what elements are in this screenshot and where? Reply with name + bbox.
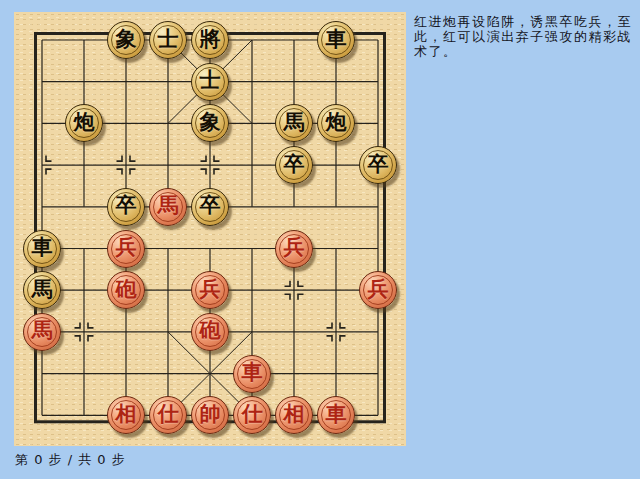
piece-glyph: 馬 — [158, 195, 179, 216]
piece-glyph: 砲 — [116, 279, 137, 300]
piece-red-soldier[interactable]: 兵 — [107, 230, 145, 268]
piece-glyph: 仕 — [242, 404, 263, 425]
piece-glyph: 車 — [326, 404, 347, 425]
piece-glyph: 馬 — [32, 320, 53, 341]
piece-black-soldier[interactable]: 卒 — [359, 146, 397, 184]
piece-red-horse[interactable]: 馬 — [149, 188, 187, 226]
piece-glyph: 卒 — [116, 195, 137, 216]
piece-glyph: 車 — [326, 29, 347, 50]
piece-glyph: 相 — [284, 404, 305, 425]
piece-black-soldier[interactable]: 卒 — [107, 188, 145, 226]
piece-red-cannon[interactable]: 砲 — [191, 313, 229, 351]
piece-glyph: 士 — [200, 70, 221, 91]
piece-red-soldier[interactable]: 兵 — [191, 271, 229, 309]
piece-glyph: 兵 — [200, 279, 221, 300]
piece-glyph: 兵 — [284, 237, 305, 258]
piece-glyph: 兵 — [368, 279, 389, 300]
piece-glyph: 炮 — [326, 112, 347, 133]
piece-glyph: 卒 — [200, 195, 221, 216]
status-bar: 第 0 步 / 共 0 步 — [15, 451, 126, 469]
piece-black-chariot[interactable]: 車 — [23, 230, 61, 268]
piece-glyph: 帥 — [200, 404, 221, 425]
piece-glyph: 兵 — [116, 237, 137, 258]
piece-black-soldier[interactable]: 卒 — [275, 146, 313, 184]
piece-glyph: 馬 — [32, 279, 53, 300]
piece-glyph: 仕 — [158, 404, 179, 425]
piece-glyph: 炮 — [74, 112, 95, 133]
piece-black-general[interactable]: 將 — [191, 21, 229, 59]
piece-black-chariot[interactable]: 車 — [317, 21, 355, 59]
xiangqi-board: 象士將車士炮象馬炮卒卒卒卒車馬馬兵兵砲兵兵馬砲車相仕帥仕相車 — [14, 12, 406, 446]
piece-glyph: 車 — [242, 362, 263, 383]
piece-black-advisor[interactable]: 士 — [149, 21, 187, 59]
piece-glyph: 車 — [32, 237, 53, 258]
piece-glyph: 相 — [116, 404, 137, 425]
piece-glyph: 士 — [158, 29, 179, 50]
piece-glyph: 象 — [116, 29, 137, 50]
piece-black-soldier[interactable]: 卒 — [191, 188, 229, 226]
piece-red-cannon[interactable]: 砲 — [107, 271, 145, 309]
piece-glyph: 馬 — [284, 112, 305, 133]
piece-black-horse[interactable]: 馬 — [23, 271, 61, 309]
piece-glyph: 卒 — [368, 154, 389, 175]
piece-glyph: 砲 — [200, 320, 221, 341]
piece-glyph: 象 — [200, 112, 221, 133]
piece-red-soldier[interactable]: 兵 — [359, 271, 397, 309]
move-commentary-text: 红进炮再设陷阱，诱黑卒吃兵，至此，红可以演出弃子强攻的精彩战术了。 — [414, 14, 632, 59]
piece-black-elephant[interactable]: 象 — [107, 21, 145, 59]
piece-glyph: 卒 — [284, 154, 305, 175]
piece-red-chariot[interactable]: 車 — [233, 355, 271, 393]
piece-black-advisor[interactable]: 士 — [191, 63, 229, 101]
piece-red-soldier[interactable]: 兵 — [275, 230, 313, 268]
piece-red-horse[interactable]: 馬 — [23, 313, 61, 351]
piece-glyph: 將 — [200, 29, 221, 50]
